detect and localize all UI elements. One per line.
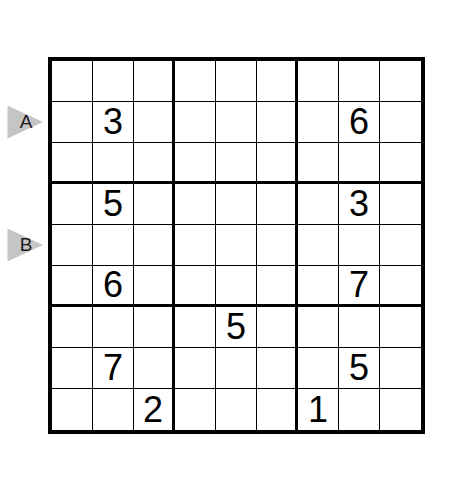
- cell-r7c8[interactable]: [339, 307, 380, 348]
- cell-r7c6[interactable]: [257, 307, 298, 348]
- cell-r8c9[interactable]: [380, 348, 421, 389]
- cell-r3c2[interactable]: [93, 143, 134, 184]
- cell-r6c3[interactable]: [134, 266, 175, 307]
- cell-r7c7[interactable]: [298, 307, 339, 348]
- cell-r9c7[interactable]: 1: [298, 389, 339, 430]
- cell-r5c7[interactable]: [298, 225, 339, 266]
- cell-r5c9[interactable]: [380, 225, 421, 266]
- cell-r8c2[interactable]: 7: [93, 348, 134, 389]
- cell-r4c7[interactable]: [298, 184, 339, 225]
- cell-r2c1[interactable]: [52, 102, 93, 143]
- cell-r6c5[interactable]: [216, 266, 257, 307]
- cell-r9c6[interactable]: [257, 389, 298, 430]
- cell-r3c4[interactable]: [175, 143, 216, 184]
- cell-r3c5[interactable]: [216, 143, 257, 184]
- cell-r8c8[interactable]: 5: [339, 348, 380, 389]
- cell-r4c9[interactable]: [380, 184, 421, 225]
- cell-r4c6[interactable]: [257, 184, 298, 225]
- cell-r1c2[interactable]: [93, 61, 134, 102]
- cell-r9c9[interactable]: [380, 389, 421, 430]
- cell-r8c5[interactable]: [216, 348, 257, 389]
- cell-r6c4[interactable]: [175, 266, 216, 307]
- cell-r4c2[interactable]: 5: [93, 184, 134, 225]
- cell-r9c3[interactable]: 2: [134, 389, 175, 430]
- cell-r3c1[interactable]: [52, 143, 93, 184]
- cell-r9c5[interactable]: [216, 389, 257, 430]
- cell-r1c7[interactable]: [298, 61, 339, 102]
- cell-r7c2[interactable]: [93, 307, 134, 348]
- row-marker-label: A: [13, 105, 39, 139]
- cell-r1c9[interactable]: [380, 61, 421, 102]
- cell-r5c2[interactable]: [93, 225, 134, 266]
- cell-r7c9[interactable]: [380, 307, 421, 348]
- row-marker-b: B: [7, 228, 44, 262]
- cell-r2c5[interactable]: [216, 102, 257, 143]
- cell-r2c7[interactable]: [298, 102, 339, 143]
- cell-r2c4[interactable]: [175, 102, 216, 143]
- cell-r4c4[interactable]: [175, 184, 216, 225]
- cell-r6c9[interactable]: [380, 266, 421, 307]
- cell-r1c8[interactable]: [339, 61, 380, 102]
- cell-r5c6[interactable]: [257, 225, 298, 266]
- cell-r6c8[interactable]: 7: [339, 266, 380, 307]
- cell-r6c7[interactable]: [298, 266, 339, 307]
- cell-r6c6[interactable]: [257, 266, 298, 307]
- cell-r5c8[interactable]: [339, 225, 380, 266]
- cell-r4c8[interactable]: 3: [339, 184, 380, 225]
- cell-r4c3[interactable]: [134, 184, 175, 225]
- cell-r8c6[interactable]: [257, 348, 298, 389]
- cell-r5c3[interactable]: [134, 225, 175, 266]
- cell-r3c8[interactable]: [339, 143, 380, 184]
- cell-r8c4[interactable]: [175, 348, 216, 389]
- puzzle-canvas: 36536757521 A B: [0, 0, 471, 488]
- cell-r1c4[interactable]: [175, 61, 216, 102]
- sudoku-board: 36536757521: [48, 57, 425, 434]
- cell-r2c2[interactable]: 3: [93, 102, 134, 143]
- cell-r9c4[interactable]: [175, 389, 216, 430]
- cell-r4c5[interactable]: [216, 184, 257, 225]
- row-marker-a: A: [7, 105, 44, 139]
- cell-r4c1[interactable]: [52, 184, 93, 225]
- cell-r5c1[interactable]: [52, 225, 93, 266]
- cell-r6c2[interactable]: 6: [93, 266, 134, 307]
- cell-r5c4[interactable]: [175, 225, 216, 266]
- cell-r1c6[interactable]: [257, 61, 298, 102]
- cell-r2c6[interactable]: [257, 102, 298, 143]
- cell-r7c5[interactable]: 5: [216, 307, 257, 348]
- cell-r3c7[interactable]: [298, 143, 339, 184]
- cell-r3c3[interactable]: [134, 143, 175, 184]
- row-marker-label: B: [13, 228, 39, 262]
- cell-r9c8[interactable]: [339, 389, 380, 430]
- cell-r8c1[interactable]: [52, 348, 93, 389]
- cell-r7c4[interactable]: [175, 307, 216, 348]
- cell-r8c3[interactable]: [134, 348, 175, 389]
- cell-r5c5[interactable]: [216, 225, 257, 266]
- cell-r2c9[interactable]: [380, 102, 421, 143]
- cell-r1c3[interactable]: [134, 61, 175, 102]
- cell-r9c1[interactable]: [52, 389, 93, 430]
- cell-r9c2[interactable]: [93, 389, 134, 430]
- cell-r8c7[interactable]: [298, 348, 339, 389]
- cell-r3c6[interactable]: [257, 143, 298, 184]
- cell-r3c9[interactable]: [380, 143, 421, 184]
- cell-r2c8[interactable]: 6: [339, 102, 380, 143]
- cell-r1c1[interactable]: [52, 61, 93, 102]
- cell-r6c1[interactable]: [52, 266, 93, 307]
- cell-r7c1[interactable]: [52, 307, 93, 348]
- cell-r2c3[interactable]: [134, 102, 175, 143]
- cell-r1c5[interactable]: [216, 61, 257, 102]
- cell-r7c3[interactable]: [134, 307, 175, 348]
